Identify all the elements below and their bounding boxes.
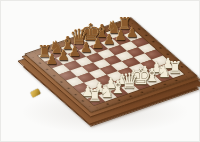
piece-brown-pawn-a7: ♟ [46, 52, 59, 66]
piece-brown-pawn-h7: ♟ [126, 25, 139, 39]
piece-brown-pawn-b7: ♟ [57, 48, 70, 62]
piece-brown-pawn-e7: ♟ [92, 36, 105, 50]
pieces-layer: ♜♞♝♛♚♝♞♜♟♟♟♟♟♟♟♟♟♟♟♟♟♟♟♟♜♞♝♛♚♝♞♜ [0, 0, 200, 142]
piece-white-rook-a1: ♜ [88, 88, 102, 104]
piece-brown-pawn-c7: ♟ [69, 44, 82, 58]
piece-brown-pawn-g7: ♟ [114, 28, 127, 42]
chess-set-photo: ♜♞♝♛♚♝♞♜♟♟♟♟♟♟♟♟♟♟♟♟♟♟♟♟♜♞♝♛♚♝♞♜ [0, 0, 200, 142]
piece-brown-pawn-f7: ♟ [103, 32, 116, 46]
piece-brown-pawn-d7: ♟ [80, 40, 93, 54]
